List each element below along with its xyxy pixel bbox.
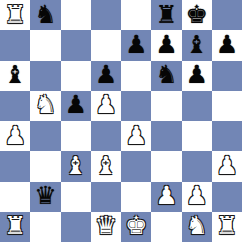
piece-white-pawn-a4[interactable]: ♟ <box>4 123 26 148</box>
piece-black-pawn-c5[interactable]: ♟ <box>64 92 86 117</box>
square-a7[interactable] <box>0 30 30 60</box>
square-f8[interactable]: ♜ <box>151 0 181 30</box>
piece-white-pawn-h3[interactable]: ♟ <box>216 153 238 178</box>
square-c6[interactable] <box>61 61 91 91</box>
square-c4[interactable] <box>61 121 91 151</box>
piece-black-pawn-g6[interactable]: ♟ <box>185 62 207 87</box>
square-f2[interactable]: ♟ <box>151 182 181 212</box>
piece-black-pawn-h7[interactable]: ♟ <box>216 32 238 57</box>
piece-white-pawn-e4[interactable]: ♟ <box>125 123 147 148</box>
square-b5[interactable]: ♞ <box>30 91 60 121</box>
piece-black-rook-f8[interactable]: ♜ <box>155 2 177 27</box>
square-b8[interactable]: ♞ <box>30 0 60 30</box>
square-d4[interactable] <box>91 121 121 151</box>
square-f3[interactable] <box>151 151 181 181</box>
square-g4[interactable] <box>182 121 212 151</box>
piece-white-pawn-f2[interactable]: ♟ <box>155 183 177 208</box>
piece-white-bishop-c3[interactable]: ♝ <box>64 153 86 178</box>
piece-black-knight-f6[interactable]: ♞ <box>155 62 177 87</box>
square-h6[interactable] <box>212 61 242 91</box>
square-d2[interactable] <box>91 182 121 212</box>
square-a3[interactable] <box>0 151 30 181</box>
piece-black-bishop-g7[interactable]: ♝ <box>185 32 207 57</box>
chess-board-container: ♜♞♜♚♟♟♝♟♝♟♞♟♞♟♟♟♟♝♝♟♛♟♟♜♛♚♞♜ <box>0 0 242 242</box>
square-b4[interactable] <box>30 121 60 151</box>
chess-board: ♜♞♜♚♟♟♝♟♝♟♞♟♞♟♟♟♟♝♝♟♛♟♟♜♛♚♞♜ <box>0 0 242 242</box>
square-b7[interactable] <box>30 30 60 60</box>
square-a8[interactable]: ♜ <box>0 0 30 30</box>
square-a1[interactable]: ♜ <box>0 212 30 242</box>
square-g7[interactable]: ♝ <box>182 30 212 60</box>
square-f6[interactable]: ♞ <box>151 61 181 91</box>
square-f1[interactable] <box>151 212 181 242</box>
square-e5[interactable] <box>121 91 151 121</box>
piece-white-knight-b5[interactable]: ♞ <box>34 92 56 117</box>
square-f4[interactable] <box>151 121 181 151</box>
square-c8[interactable] <box>61 0 91 30</box>
piece-white-rook-a1[interactable]: ♜ <box>4 213 26 238</box>
square-e2[interactable] <box>121 182 151 212</box>
square-g6[interactable]: ♟ <box>182 61 212 91</box>
square-h3[interactable]: ♟ <box>212 151 242 181</box>
square-c5[interactable]: ♟ <box>61 91 91 121</box>
piece-black-queen-b2[interactable]: ♛ <box>34 183 56 208</box>
square-d5[interactable]: ♟ <box>91 91 121 121</box>
square-h7[interactable]: ♟ <box>212 30 242 60</box>
piece-black-pawn-d6[interactable]: ♟ <box>95 62 117 87</box>
square-a5[interactable] <box>0 91 30 121</box>
square-c1[interactable] <box>61 212 91 242</box>
square-d8[interactable] <box>91 0 121 30</box>
square-h2[interactable] <box>212 182 242 212</box>
piece-white-rook-a8[interactable]: ♜ <box>4 2 26 27</box>
square-g3[interactable] <box>182 151 212 181</box>
piece-black-pawn-e7[interactable]: ♟ <box>125 32 147 57</box>
square-c7[interactable] <box>61 30 91 60</box>
piece-white-pawn-g2[interactable]: ♟ <box>185 183 207 208</box>
square-b6[interactable] <box>30 61 60 91</box>
square-c2[interactable] <box>61 182 91 212</box>
square-b3[interactable] <box>30 151 60 181</box>
piece-white-rook-h1[interactable]: ♜ <box>216 213 238 238</box>
square-d3[interactable]: ♝ <box>91 151 121 181</box>
square-a4[interactable]: ♟ <box>0 121 30 151</box>
square-d1[interactable]: ♛ <box>91 212 121 242</box>
square-a6[interactable]: ♝ <box>0 61 30 91</box>
square-f7[interactable]: ♟ <box>151 30 181 60</box>
piece-white-king-e1[interactable]: ♚ <box>125 213 147 238</box>
square-f5[interactable] <box>151 91 181 121</box>
square-g1[interactable]: ♞ <box>182 212 212 242</box>
piece-black-pawn-f7[interactable]: ♟ <box>155 32 177 57</box>
square-h8[interactable] <box>212 0 242 30</box>
piece-white-knight-g1[interactable]: ♞ <box>185 213 207 238</box>
square-e3[interactable] <box>121 151 151 181</box>
piece-black-king-g8[interactable]: ♚ <box>185 2 207 27</box>
piece-black-knight-b8[interactable]: ♞ <box>34 2 56 27</box>
square-b1[interactable] <box>30 212 60 242</box>
square-g2[interactable]: ♟ <box>182 182 212 212</box>
square-d7[interactable] <box>91 30 121 60</box>
square-e4[interactable]: ♟ <box>121 121 151 151</box>
square-e7[interactable]: ♟ <box>121 30 151 60</box>
piece-white-queen-d1[interactable]: ♛ <box>95 213 117 238</box>
square-b2[interactable]: ♛ <box>30 182 60 212</box>
piece-black-bishop-a6[interactable]: ♝ <box>4 62 26 87</box>
square-h4[interactable] <box>212 121 242 151</box>
square-g8[interactable]: ♚ <box>182 0 212 30</box>
piece-white-pawn-d5[interactable]: ♟ <box>95 92 117 117</box>
square-h5[interactable] <box>212 91 242 121</box>
square-a2[interactable] <box>0 182 30 212</box>
square-e1[interactable]: ♚ <box>121 212 151 242</box>
square-e6[interactable] <box>121 61 151 91</box>
piece-white-bishop-d3[interactable]: ♝ <box>95 153 117 178</box>
square-e8[interactable] <box>121 0 151 30</box>
square-g5[interactable] <box>182 91 212 121</box>
square-h1[interactable]: ♜ <box>212 212 242 242</box>
square-d6[interactable]: ♟ <box>91 61 121 91</box>
square-c3[interactable]: ♝ <box>61 151 91 181</box>
